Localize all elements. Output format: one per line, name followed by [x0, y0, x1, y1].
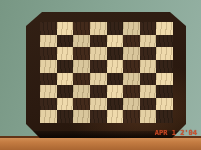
square-r2c8 — [156, 35, 173, 48]
square-r3c8 — [156, 47, 173, 60]
square-r1c2 — [57, 22, 74, 35]
square-r3c3 — [73, 47, 90, 60]
square-r4c6 — [123, 60, 140, 73]
square-r5c8 — [156, 73, 173, 86]
photo-scene: APR 1 2'04 — [0, 0, 201, 150]
square-r2c7 — [140, 35, 157, 48]
square-r3c6 — [123, 47, 140, 60]
square-r7c8 — [156, 98, 173, 111]
square-r8c7 — [140, 110, 157, 123]
square-r5c2 — [57, 73, 74, 86]
square-r5c4 — [90, 73, 107, 86]
square-r7c3 — [73, 98, 90, 111]
square-r4c8 — [156, 60, 173, 73]
square-r4c4 — [90, 60, 107, 73]
square-r6c1 — [40, 85, 57, 98]
square-r2c2 — [57, 35, 74, 48]
camera-date-stamp: APR 1 2'04 — [155, 129, 197, 137]
square-r5c3 — [73, 73, 90, 86]
square-r7c6 — [123, 98, 140, 111]
square-r4c5 — [107, 60, 124, 73]
square-r6c6 — [123, 85, 140, 98]
square-r6c7 — [140, 85, 157, 98]
square-r5c7 — [140, 73, 157, 86]
square-r8c8 — [156, 110, 173, 123]
square-r5c6 — [123, 73, 140, 86]
square-r1c6 — [123, 22, 140, 35]
square-r7c1 — [40, 98, 57, 111]
board-grid — [40, 22, 173, 123]
square-r1c5 — [107, 22, 124, 35]
square-r6c8 — [156, 85, 173, 98]
square-r8c1 — [40, 110, 57, 123]
square-r7c4 — [90, 98, 107, 111]
square-r4c1 — [40, 60, 57, 73]
square-r2c4 — [90, 35, 107, 48]
square-r2c5 — [107, 35, 124, 48]
square-r7c5 — [107, 98, 124, 111]
square-r8c6 — [123, 110, 140, 123]
square-r8c2 — [57, 110, 74, 123]
chess-board — [26, 12, 186, 138]
square-r7c2 — [57, 98, 74, 111]
square-r1c4 — [90, 22, 107, 35]
square-r5c5 — [107, 73, 124, 86]
square-r6c2 — [57, 85, 74, 98]
square-r6c3 — [73, 85, 90, 98]
square-r3c1 — [40, 47, 57, 60]
square-r8c3 — [73, 110, 90, 123]
square-r1c7 — [140, 22, 157, 35]
square-r6c5 — [107, 85, 124, 98]
square-r4c7 — [140, 60, 157, 73]
square-r1c3 — [73, 22, 90, 35]
square-r4c3 — [73, 60, 90, 73]
square-r1c1 — [40, 22, 57, 35]
square-r3c4 — [90, 47, 107, 60]
square-r4c2 — [57, 60, 74, 73]
square-r5c1 — [40, 73, 57, 86]
square-r2c3 — [73, 35, 90, 48]
square-r1c8 — [156, 22, 173, 35]
square-r6c4 — [90, 85, 107, 98]
square-r3c2 — [57, 47, 74, 60]
square-r3c7 — [140, 47, 157, 60]
square-r7c7 — [140, 98, 157, 111]
square-r3c5 — [107, 47, 124, 60]
square-r2c1 — [40, 35, 57, 48]
square-r8c5 — [107, 110, 124, 123]
square-r2c6 — [123, 35, 140, 48]
square-r8c4 — [90, 110, 107, 123]
